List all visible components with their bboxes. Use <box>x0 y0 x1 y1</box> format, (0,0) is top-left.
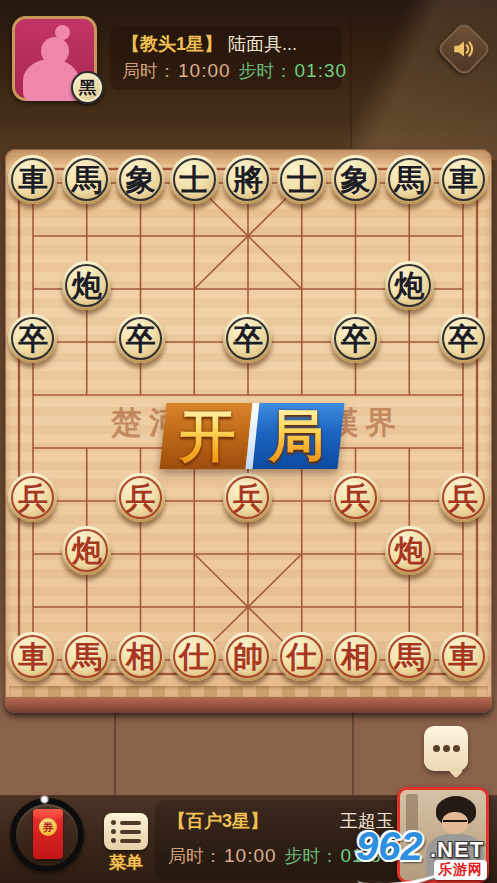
chat-dots-icon <box>453 745 460 752</box>
piece-black-馬[interactable]: 馬 <box>62 155 111 204</box>
speaker-icon <box>451 36 477 62</box>
menu-list-icon <box>111 838 148 843</box>
site-watermark: 962 .NET 乐游网 <box>352 826 497 883</box>
piece-black-象[interactable]: 象 <box>116 155 165 204</box>
sparkle <box>40 795 49 804</box>
banner-blue-half <box>252 403 344 469</box>
piece-red-相[interactable]: 相 <box>116 632 165 681</box>
piece-red-兵[interactable]: 兵 <box>116 473 165 522</box>
chat-dots-icon <box>443 745 450 752</box>
piece-black-炮[interactable]: 炮 <box>62 261 111 310</box>
phase-banner <box>160 403 345 469</box>
avatar-silhouette-body <box>23 59 79 101</box>
piece-black-象[interactable]: 象 <box>331 155 380 204</box>
banner-orange-half <box>160 403 252 469</box>
piece-red-炮[interactable]: 炮 <box>385 526 434 575</box>
menu-label[interactable]: 菜单 <box>98 851 154 874</box>
piece-black-馬[interactable]: 馬 <box>385 155 434 204</box>
player-rank: 【百户3星】 <box>168 809 268 833</box>
piece-black-卒[interactable]: 卒 <box>116 314 165 363</box>
move-time-label: 步时： <box>239 59 293 83</box>
game-time-label: 局时： <box>168 844 222 868</box>
piece-black-士[interactable]: 士 <box>170 155 219 204</box>
piece-black-車[interactable]: 車 <box>439 155 488 204</box>
piece-red-仕[interactable]: 仕 <box>170 632 219 681</box>
red-envelope-icon: 券 <box>33 809 63 859</box>
piece-red-馬[interactable]: 馬 <box>62 632 111 681</box>
wood-seam <box>350 0 352 150</box>
black-side-badge: 黑 <box>71 71 104 104</box>
opponent-move-time: 01:30 <box>295 60 348 82</box>
piece-black-炮[interactable]: 炮 <box>385 261 434 310</box>
piece-red-馬[interactable]: 馬 <box>385 632 434 681</box>
wood-seam <box>352 710 354 796</box>
xiangqi-game-screen: 黑 【教头1星】 陆面具... 局时： 10:00 步时： 01:30 <box>0 0 497 883</box>
sound-button[interactable] <box>436 21 493 78</box>
opponent-avatar[interactable]: 黑 <box>12 16 97 101</box>
piece-black-車[interactable]: 車 <box>8 155 57 204</box>
opponent-info-plate: 【教头1星】 陆面具... 局时： 10:00 步时： 01:30 <box>110 26 342 90</box>
board-carved-edge <box>9 686 488 697</box>
piece-black-卒[interactable]: 卒 <box>8 314 57 363</box>
opponent-game-time: 10:00 <box>178 60 231 82</box>
watermark-site-name: 乐游网 <box>434 860 487 880</box>
chat-button[interactable] <box>424 726 468 771</box>
menu-list-icon <box>111 829 148 834</box>
piece-red-車[interactable]: 車 <box>439 632 488 681</box>
piece-red-車[interactable]: 車 <box>8 632 57 681</box>
piece-red-兵[interactable]: 兵 <box>331 473 380 522</box>
piece-red-兵[interactable]: 兵 <box>223 473 272 522</box>
piece-black-卒[interactable]: 卒 <box>439 314 488 363</box>
piece-red-兵[interactable]: 兵 <box>439 473 488 522</box>
game-time-label: 局时： <box>122 59 176 83</box>
piece-red-相[interactable]: 相 <box>331 632 380 681</box>
piece-red-仕[interactable]: 仕 <box>277 632 326 681</box>
piece-red-兵[interactable]: 兵 <box>8 473 57 522</box>
menu-button[interactable] <box>104 813 148 850</box>
move-time-label: 步时： <box>285 844 339 868</box>
voucher-seal: 券 <box>39 818 57 836</box>
piece-black-士[interactable]: 士 <box>277 155 326 204</box>
opponent-rank: 【教头1星】 <box>122 32 222 56</box>
opponent-name: 陆面具... <box>228 32 297 56</box>
piece-black-卒[interactable]: 卒 <box>223 314 272 363</box>
board-front-edge <box>5 697 492 713</box>
piece-red-炮[interactable]: 炮 <box>62 526 111 575</box>
piece-black-將[interactable]: 將 <box>223 155 272 204</box>
piece-red-帥[interactable]: 帥 <box>223 632 272 681</box>
chat-dots-icon <box>433 745 440 752</box>
player-game-time: 10:00 <box>224 845 277 867</box>
menu-list-icon <box>111 820 148 825</box>
red-envelope-button[interactable]: 券 <box>10 798 84 872</box>
wood-seam <box>114 710 116 796</box>
piece-black-卒[interactable]: 卒 <box>331 314 380 363</box>
